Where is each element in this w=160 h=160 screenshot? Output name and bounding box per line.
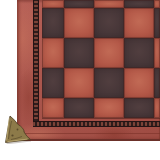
square-0-4 (154, 0, 160, 8)
square-3-3 (124, 68, 154, 98)
square-1-1 (64, 8, 94, 38)
square-4-2 (94, 98, 124, 118)
square-3-0 (42, 68, 64, 98)
square-2-0 (42, 38, 64, 68)
square-2-1 (64, 38, 94, 68)
square-2-2 (94, 38, 124, 68)
square-3-2 (94, 68, 124, 98)
squares-grid (42, 0, 160, 118)
square-1-4 (154, 8, 160, 38)
embossed-border-bottom (33, 121, 160, 127)
square-0-3 (124, 0, 154, 8)
square-4-4 (154, 98, 160, 118)
square-3-1 (64, 68, 94, 98)
square-2-3 (124, 38, 154, 68)
square-1-0 (42, 8, 64, 38)
square-0-0 (42, 0, 64, 8)
photo-background (0, 0, 160, 160)
chess-board (17, 0, 160, 141)
square-0-1 (64, 0, 94, 8)
brass-corner-protector (5, 115, 31, 144)
square-2-4 (154, 38, 160, 68)
border-groove-line (17, 133, 160, 134)
embossed-border-left (33, 0, 39, 127)
square-3-4 (154, 68, 160, 98)
square-4-3 (124, 98, 154, 118)
square-1-3 (124, 8, 154, 38)
square-4-0 (42, 98, 64, 118)
square-0-2 (94, 0, 124, 8)
square-4-1 (64, 98, 94, 118)
square-1-2 (94, 8, 124, 38)
